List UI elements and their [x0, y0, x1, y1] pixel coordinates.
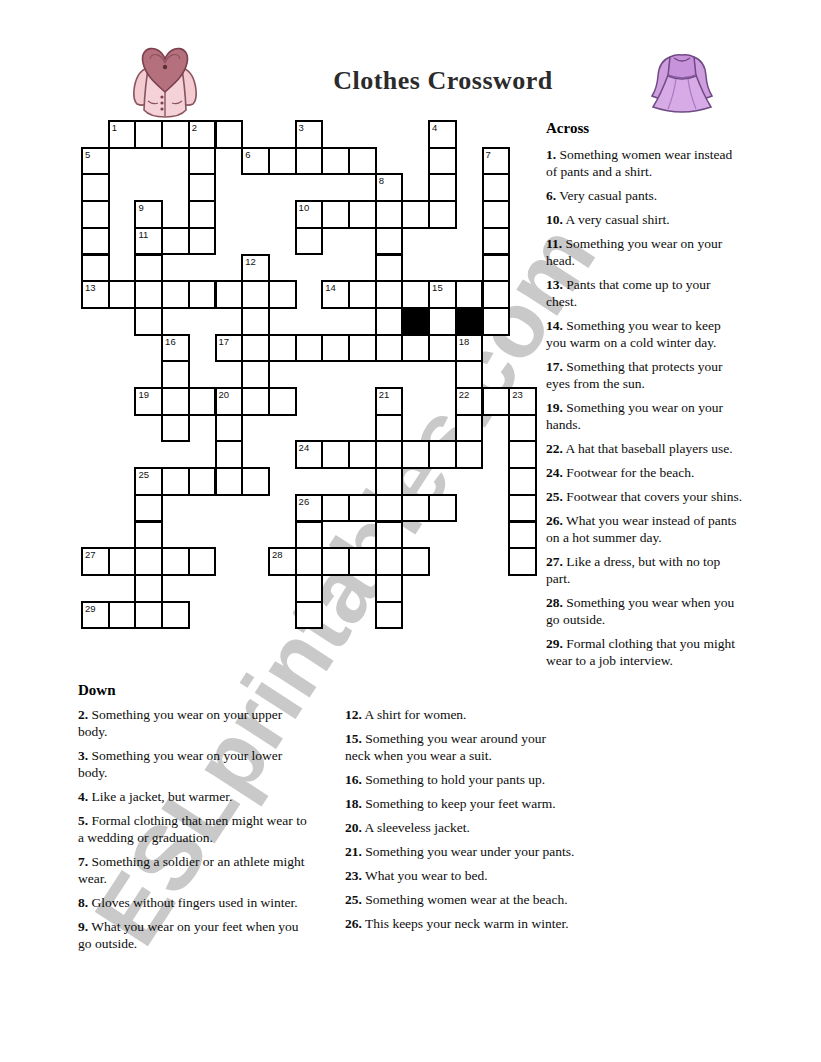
grid-cell[interactable]	[375, 414, 404, 443]
clue-9: 9. What you wear on your feet when you g…	[78, 918, 340, 952]
grid-cell[interactable]	[295, 227, 324, 256]
clue-11: 11. Something you wear on your head.	[546, 235, 770, 269]
grid-cell[interactable]	[295, 147, 324, 176]
grid-cell[interactable]	[188, 280, 217, 309]
grid-cell[interactable]	[134, 521, 163, 550]
grid-cell[interactable]	[161, 360, 190, 389]
grid-cell[interactable]	[428, 200, 457, 229]
grid-cell[interactable]	[188, 547, 217, 576]
grid-cell[interactable]	[508, 467, 537, 496]
clue-8: 8. Gloves without fingers used in winter…	[78, 894, 340, 911]
grid-cell[interactable]	[482, 307, 511, 336]
grid-cell[interactable]	[215, 467, 244, 496]
grid-cell[interactable]	[508, 414, 537, 443]
grid-cell[interactable]	[401, 494, 430, 523]
grid-cell[interactable]	[375, 334, 404, 363]
black-cell	[401, 307, 430, 336]
across-header: Across	[546, 120, 770, 137]
grid-cell[interactable]	[295, 334, 324, 363]
grid-cell[interactable]	[482, 387, 511, 416]
grid-cell[interactable]	[348, 440, 377, 469]
grid-cell[interactable]	[108, 547, 137, 576]
grid-cell[interactable]	[188, 227, 217, 256]
grid-cell[interactable]	[81, 200, 110, 229]
grid-cell[interactable]: 9	[134, 200, 163, 229]
grid-cell[interactable]	[161, 387, 190, 416]
grid-cell[interactable]	[161, 227, 190, 256]
grid-cell[interactable]: 25	[134, 467, 163, 496]
purple-dress-illustration	[646, 46, 718, 118]
clue-17: 17. Something that protects your eyes fr…	[546, 358, 770, 392]
grid-cell[interactable]: 8	[375, 173, 404, 202]
grid-cell[interactable]: 29	[81, 601, 110, 630]
clue-number: 9	[138, 202, 143, 213]
clue-number: 13	[85, 282, 96, 293]
grid-cell[interactable]	[161, 547, 190, 576]
grid-cell[interactable]	[161, 467, 190, 496]
down-clues-left: 2. Something you wear on your upper body…	[78, 706, 340, 959]
grid-cell[interactable]	[134, 574, 163, 603]
grid-cell[interactable]	[428, 440, 457, 469]
clue-27: 27. Like a dress, but with no top part.	[546, 553, 770, 587]
clue-2: 2. Something you wear on your upper body…	[78, 706, 340, 740]
grid-cell[interactable]	[428, 494, 457, 523]
grid-cell[interactable]	[134, 254, 163, 283]
grid-cell[interactable]: 3	[295, 120, 324, 149]
grid-cell[interactable]	[348, 200, 377, 229]
grid-cell[interactable]	[375, 601, 404, 630]
grid-cell[interactable]: 24	[295, 440, 324, 469]
grid-cell[interactable]	[134, 307, 163, 336]
clue-16: 16. Something to hold your pants up.	[345, 771, 609, 788]
grid-cell[interactable]	[268, 147, 297, 176]
grid-cell[interactable]: 4	[428, 120, 457, 149]
clue-12: 12. A shirt for women.	[345, 706, 609, 723]
grid-cell[interactable]	[482, 173, 511, 202]
clue-number: 20	[219, 389, 230, 400]
grid-cell[interactable]	[455, 414, 484, 443]
grid-cell[interactable]	[215, 120, 244, 149]
grid-cell[interactable]	[375, 521, 404, 550]
clue-25: 25. Footwear that covers your shins.	[546, 488, 770, 505]
clue-number: 22	[459, 389, 470, 400]
clue-number: 18	[459, 336, 470, 347]
grid-cell[interactable]	[161, 120, 190, 149]
grid-cell[interactable]	[482, 227, 511, 256]
grid-cell[interactable]	[241, 360, 270, 389]
grid-cell[interactable]	[401, 547, 430, 576]
grid-cell[interactable]	[321, 494, 350, 523]
grid-cell[interactable]	[375, 547, 404, 576]
grid-cell[interactable]	[188, 173, 217, 202]
page-title: Clothes Crossword	[316, 66, 570, 96]
grid-cell[interactable]	[375, 254, 404, 283]
grid-cell[interactable]	[428, 307, 457, 336]
grid-cell[interactable]	[134, 120, 163, 149]
grid-cell[interactable]	[161, 601, 190, 630]
down-header: Down	[78, 682, 116, 699]
grid-cell[interactable]	[348, 334, 377, 363]
grid-cell[interactable]: 22	[455, 387, 484, 416]
grid-cell[interactable]: 5	[81, 147, 110, 176]
grid-cell[interactable]	[215, 440, 244, 469]
grid-cell[interactable]: 19	[134, 387, 163, 416]
grid-cell[interactable]	[188, 467, 217, 496]
grid-cell[interactable]	[188, 387, 217, 416]
grid-cell[interactable]	[375, 280, 404, 309]
clue-3: 3. Something you wear on your lower body…	[78, 747, 340, 781]
grid-cell[interactable]	[188, 200, 217, 229]
grid-cell[interactable]: 6	[241, 147, 270, 176]
grid-cell[interactable]	[375, 574, 404, 603]
grid-cell[interactable]	[215, 414, 244, 443]
clue-14: 14. Something you wear to keep you warm …	[546, 317, 770, 351]
grid-cell[interactable]	[401, 280, 430, 309]
clue-number: 14	[325, 282, 336, 293]
grid-cell[interactable]: 18	[455, 334, 484, 363]
clue-4: 4. Like a jacket, but warmer.	[78, 788, 340, 805]
clue-13: 13. Pants that come up to your chest.	[546, 276, 770, 310]
grid-cell[interactable]: 7	[482, 147, 511, 176]
clue-number: 15	[432, 282, 443, 293]
clue-20: 20. A sleeveless jacket.	[345, 819, 609, 836]
black-cell	[455, 307, 484, 336]
grid-cell[interactable]: 13	[81, 280, 110, 309]
clue-number: 27	[85, 549, 96, 560]
grid-cell[interactable]	[375, 494, 404, 523]
clue-19: 19. Something you wear on your hands.	[546, 399, 770, 433]
clue-number: 6	[245, 149, 250, 160]
grid-cell[interactable]	[295, 521, 324, 550]
grid-cell[interactable]: 1	[108, 120, 137, 149]
across-clue-list: 1. Something women wear instead of pants…	[546, 146, 770, 669]
clue-number: 7	[486, 149, 491, 160]
clue-number: 11	[138, 229, 148, 240]
grid-cell[interactable]	[348, 494, 377, 523]
down-clues-right: 12. A shirt for women.15. Something you …	[345, 706, 609, 939]
grid-cell[interactable]	[482, 200, 511, 229]
grid-cell[interactable]	[241, 334, 270, 363]
clue-5: 5. Formal clothing that men might wear t…	[78, 812, 340, 846]
grid-cell[interactable]	[455, 440, 484, 469]
clue-number: 1	[112, 122, 117, 133]
clue-number: 26	[299, 496, 310, 507]
grid-cell[interactable]	[108, 601, 137, 630]
clue-10: 10. A very casual shirt.	[546, 211, 770, 228]
across-clues: Across 1. Something women wear instead o…	[546, 120, 770, 676]
clue-number: 24	[299, 442, 310, 453]
grid-cell[interactable]	[81, 254, 110, 283]
grid-cell[interactable]	[134, 494, 163, 523]
clue-number: 19	[138, 389, 149, 400]
grid-cell[interactable]	[375, 200, 404, 229]
grid-cell[interactable]	[321, 440, 350, 469]
grid-cell[interactable]	[428, 147, 457, 176]
grid-cell[interactable]	[482, 280, 511, 309]
grid-cell[interactable]	[188, 147, 217, 176]
clue-24: 24. Footwear for the beach.	[546, 464, 770, 481]
clue-number: 8	[379, 175, 384, 186]
grid-cell[interactable]	[295, 574, 324, 603]
grid-cell[interactable]	[348, 147, 377, 176]
grid-cell[interactable]: 2	[188, 120, 217, 149]
pink-coat-illustration	[124, 37, 206, 121]
grid-cell[interactable]	[215, 280, 244, 309]
clue-number: 21	[379, 389, 390, 400]
grid-cell[interactable]	[161, 414, 190, 443]
grid-cell[interactable]	[375, 467, 404, 496]
grid-cell[interactable]	[375, 307, 404, 336]
clue-29: 29. Formal clothing that you might wear …	[546, 635, 770, 669]
crossword-grid: 1234567891011121314151617181920212223242…	[81, 120, 537, 629]
clue-23: 23. What you wear to bed.	[345, 867, 609, 884]
grid-cell[interactable]	[295, 601, 324, 630]
grid-cell[interactable]	[241, 387, 270, 416]
grid-cell[interactable]: 11	[134, 227, 163, 256]
clue-22: 22. A hat that baseball players use.	[546, 440, 770, 457]
grid-cell[interactable]	[134, 601, 163, 630]
grid-cell[interactable]	[268, 280, 297, 309]
grid-cell[interactable]	[375, 440, 404, 469]
clue-18: 18. Something to keep your feet warm.	[345, 795, 609, 812]
clue-26: 26. This keeps your neck warm in winter.	[345, 915, 609, 932]
clue-number: 16	[165, 336, 176, 347]
clue-6: 6. Very casual pants.	[546, 187, 770, 204]
grid-cell[interactable]	[508, 521, 537, 550]
grid-cell[interactable]	[401, 334, 430, 363]
grid-cell[interactable]: 15	[428, 280, 457, 309]
grid-cell[interactable]	[268, 387, 297, 416]
grid-cell[interactable]: 10	[295, 200, 324, 229]
grid-cell[interactable]	[508, 440, 537, 469]
grid-cell[interactable]	[321, 200, 350, 229]
clue-1: 1. Something women wear instead of pants…	[546, 146, 770, 180]
grid-cell[interactable]	[295, 547, 324, 576]
clue-28: 28. Something you wear when you go outsi…	[546, 594, 770, 628]
grid-cell[interactable]	[134, 280, 163, 309]
grid-cell[interactable]	[241, 280, 270, 309]
grid-cell[interactable]	[321, 547, 350, 576]
grid-cell[interactable]: 14	[321, 280, 350, 309]
grid-cell[interactable]	[455, 280, 484, 309]
clue-number: 23	[512, 389, 523, 400]
clue-25: 25. Something women wear at the beach.	[345, 891, 609, 908]
grid-cell[interactable]	[321, 334, 350, 363]
grid-cell[interactable]: 28	[268, 547, 297, 576]
clue-number: 4	[432, 122, 437, 133]
grid-cell[interactable]	[81, 227, 110, 256]
clue-21: 21. Something you wear under your pants.	[345, 843, 609, 860]
grid-cell[interactable]: 16	[161, 334, 190, 363]
grid-cell[interactable]	[401, 200, 430, 229]
clue-number: 29	[85, 603, 96, 614]
grid-cell[interactable]	[375, 227, 404, 256]
grid-cell[interactable]: 26	[295, 494, 324, 523]
grid-cell[interactable]	[81, 173, 110, 202]
grid-cell[interactable]	[428, 334, 457, 363]
grid-cell[interactable]	[455, 360, 484, 389]
clue-number: 17	[219, 336, 230, 347]
grid-cell[interactable]	[241, 467, 270, 496]
clue-number: 10	[299, 202, 310, 213]
worksheet-page: ESLprintables.com Clothes Crossword 1234…	[0, 0, 821, 1062]
grid-cell[interactable]: 20	[215, 387, 244, 416]
clue-number: 3	[299, 122, 304, 133]
clue-15: 15. Something you wear around your neck …	[345, 730, 609, 764]
clue-number: 5	[85, 149, 90, 160]
grid-cell[interactable]	[401, 440, 430, 469]
clue-7: 7. Something a soldier or an athlete mig…	[78, 853, 340, 887]
grid-cell[interactable]: 17	[215, 334, 244, 363]
grid-cell[interactable]	[161, 280, 190, 309]
grid-cell[interactable]	[108, 280, 137, 309]
grid-cell[interactable]: 12	[241, 254, 270, 283]
grid-cell[interactable]	[268, 334, 297, 363]
grid-cell[interactable]	[348, 280, 377, 309]
clue-26: 26. What you wear instead of pants on a …	[546, 512, 770, 546]
grid-cell[interactable]	[508, 547, 537, 576]
clue-number: 25	[138, 469, 149, 480]
grid-cell[interactable]: 21	[375, 387, 404, 416]
grid-cell[interactable]	[508, 494, 537, 523]
grid-cell[interactable]: 27	[81, 547, 110, 576]
grid-cell[interactable]	[482, 254, 511, 283]
grid-cell[interactable]	[348, 547, 377, 576]
grid-cell[interactable]	[134, 547, 163, 576]
grid-cell[interactable]: 23	[508, 387, 537, 416]
clue-number: 12	[245, 256, 256, 267]
grid-cell[interactable]	[428, 173, 457, 202]
grid-cell[interactable]	[241, 307, 270, 336]
clue-number: 2	[192, 122, 197, 133]
clue-number: 28	[272, 549, 283, 560]
grid-cell[interactable]	[321, 147, 350, 176]
